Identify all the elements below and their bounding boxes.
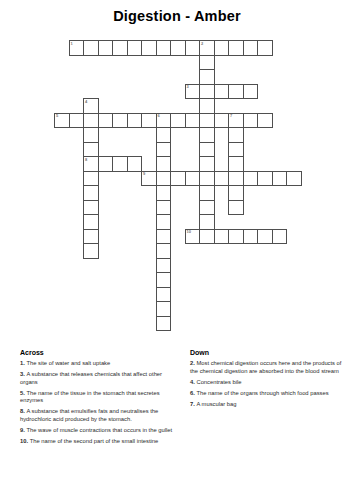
cell-clue-number: 2: [201, 42, 203, 46]
across-clue: 1. The site of water and salt uptake: [20, 360, 174, 368]
grid-cell[interactable]: [199, 84, 215, 100]
clue-number: 3.: [20, 371, 26, 377]
grid-cell[interactable]: [214, 229, 230, 245]
grid-cell[interactable]: [83, 40, 99, 56]
crossword-grid: 12345678910: [54, 40, 301, 330]
grid-cell[interactable]: [156, 272, 172, 288]
cell-clue-number: 4: [85, 100, 87, 104]
down-clue: 2. Most chemical digestion occurs here a…: [190, 360, 342, 375]
grid-cell[interactable]: 7: [228, 113, 244, 129]
grid-cell[interactable]: [199, 200, 215, 216]
cell-clue-number: 10: [187, 230, 191, 234]
grid-cell[interactable]: 4: [83, 98, 99, 114]
clue-number: 4.: [190, 379, 196, 385]
cell-clue-number: 1: [71, 42, 73, 46]
grid-cell[interactable]: [199, 156, 215, 172]
down-clue: 7. A muscular bag: [190, 401, 342, 409]
grid-cell[interactable]: [199, 142, 215, 158]
grid-cell[interactable]: 3: [185, 84, 201, 100]
grid-cell[interactable]: [156, 185, 172, 201]
grid-cell[interactable]: [243, 84, 259, 100]
grid-cell[interactable]: [127, 156, 143, 172]
grid-cell[interactable]: [199, 185, 215, 201]
across-clue: 5. The name of the tissue in the stomach…: [20, 390, 174, 405]
grid-cell[interactable]: [112, 40, 128, 56]
grid-cell[interactable]: [185, 113, 201, 129]
cell-clue-number: 6: [158, 114, 160, 118]
grid-cell[interactable]: [98, 156, 114, 172]
down-clue: 4. Concentrates bile: [190, 379, 342, 387]
grid-cell[interactable]: [243, 171, 259, 187]
cell-clue-number: 8: [85, 158, 87, 162]
puzzle-title: Digestion - Amber: [0, 8, 354, 24]
down-clue: 6. The name of the organs through which …: [190, 390, 342, 398]
grid-cell[interactable]: 1: [69, 40, 85, 56]
across-clue: 9. The wave of muscle contractions that …: [20, 427, 174, 435]
grid-cell[interactable]: [156, 156, 172, 172]
grid-cell[interactable]: [199, 171, 215, 187]
cell-clue-number: 3: [187, 85, 189, 89]
grid-cell[interactable]: [112, 113, 128, 129]
across-heading: Across: [20, 349, 174, 356]
grid-cell[interactable]: 9: [141, 171, 157, 187]
grid-cell[interactable]: [156, 301, 172, 317]
grid-cell[interactable]: [156, 171, 172, 187]
grid-cell[interactable]: [228, 84, 244, 100]
grid-cell[interactable]: [257, 40, 273, 56]
grid-cell[interactable]: [156, 287, 172, 303]
grid-cell[interactable]: [228, 127, 244, 143]
clue-number: 8.: [20, 408, 26, 414]
cell-clue-number: 9: [143, 172, 145, 176]
grid-cell[interactable]: [286, 171, 302, 187]
grid-cell[interactable]: [156, 127, 172, 143]
grid-cell[interactable]: 2: [199, 40, 215, 56]
grid-cell[interactable]: [228, 156, 244, 172]
grid-cell[interactable]: [170, 40, 186, 56]
across-clue: 3. A substance that releases chemicals t…: [20, 371, 174, 386]
grid-cell[interactable]: [156, 243, 172, 259]
grid-cell[interactable]: [199, 69, 215, 85]
clue-number: 9.: [20, 427, 26, 433]
grid-cell[interactable]: [199, 113, 215, 129]
grid-cell[interactable]: [185, 171, 201, 187]
grid-cell[interactable]: [228, 40, 244, 56]
grid-cell[interactable]: [228, 229, 244, 245]
grid-cell[interactable]: [83, 200, 99, 216]
grid-cell[interactable]: [83, 243, 99, 259]
grid-cell[interactable]: [156, 229, 172, 245]
grid-cell[interactable]: [199, 127, 215, 143]
grid-cell[interactable]: [69, 113, 85, 129]
across-clue: 8. A substance that emulsifies fats and …: [20, 408, 174, 423]
grid-cell[interactable]: 5: [54, 113, 70, 129]
grid-cell[interactable]: [228, 200, 244, 216]
grid-cell[interactable]: [257, 113, 273, 129]
grid-cell[interactable]: [156, 40, 172, 56]
grid-cell[interactable]: [156, 200, 172, 216]
crossword-page: Digestion - Amber 12345678910 Across 1. …: [0, 0, 354, 500]
grid-cell[interactable]: [156, 316, 172, 332]
grid-cell[interactable]: [83, 142, 99, 158]
grid-cell[interactable]: [156, 142, 172, 158]
grid-cell[interactable]: [127, 113, 143, 129]
clue-number: 7.: [190, 401, 196, 407]
across-clues-section: Across 1. The site of water and salt upt…: [20, 349, 174, 449]
grid-cell[interactable]: [83, 214, 99, 230]
down-clues-section: Down 2. Most chemical digestion occurs h…: [190, 349, 342, 412]
clue-number: 1.: [20, 360, 26, 366]
down-heading: Down: [190, 349, 342, 356]
grid-cell[interactable]: 10: [185, 229, 201, 245]
cell-clue-number: 7: [230, 114, 232, 118]
across-clue: 10. The name of the second part of the s…: [20, 438, 174, 446]
grid-cell[interactable]: 6: [156, 113, 172, 129]
grid-cell[interactable]: [98, 40, 114, 56]
grid-cell[interactable]: [156, 214, 172, 230]
across-clue-list: 1. The site of water and salt uptake3. A…: [20, 360, 174, 445]
clue-number: 2.: [190, 360, 196, 366]
clue-number: 6.: [190, 390, 196, 396]
grid-cell[interactable]: [214, 113, 230, 129]
grid-cell[interactable]: [228, 185, 244, 201]
grid-cell[interactable]: [170, 171, 186, 187]
grid-cell[interactable]: [112, 156, 128, 172]
grid-cell[interactable]: [83, 127, 99, 143]
grid-cell[interactable]: [228, 171, 244, 187]
grid-cell[interactable]: [156, 258, 172, 274]
grid-cell[interactable]: [257, 229, 273, 245]
grid-cell[interactable]: [214, 171, 230, 187]
grid-cell[interactable]: [199, 214, 215, 230]
grid-cell[interactable]: [83, 185, 99, 201]
clue-number: 10.: [20, 438, 30, 444]
grid-cell[interactable]: [199, 229, 215, 245]
grid-cell[interactable]: [170, 113, 186, 129]
grid-cell[interactable]: [214, 40, 230, 56]
grid-cell[interactable]: [141, 113, 157, 129]
down-clue-list: 2. Most chemical digestion occurs here a…: [190, 360, 342, 408]
grid-cell[interactable]: [243, 229, 259, 245]
grid-cell[interactable]: [243, 113, 259, 129]
grid-cell[interactable]: [243, 40, 259, 56]
grid-cell[interactable]: [185, 40, 201, 56]
grid-cell[interactable]: [272, 229, 288, 245]
clue-number: 5.: [20, 390, 26, 396]
grid-cell[interactable]: [272, 171, 288, 187]
grid-cell[interactable]: [83, 171, 99, 187]
grid-cell[interactable]: [141, 40, 157, 56]
grid-cell[interactable]: 8: [83, 156, 99, 172]
grid-cell[interactable]: [257, 171, 273, 187]
grid-cell[interactable]: [98, 113, 114, 129]
grid-cell[interactable]: [199, 55, 215, 71]
cell-clue-number: 5: [56, 114, 58, 118]
grid-cell[interactable]: [83, 229, 99, 245]
grid-cell[interactable]: [228, 142, 244, 158]
grid-cell[interactable]: [214, 84, 230, 100]
grid-cell[interactable]: [199, 98, 215, 114]
grid-cell[interactable]: [127, 40, 143, 56]
grid-cell[interactable]: [83, 113, 99, 129]
